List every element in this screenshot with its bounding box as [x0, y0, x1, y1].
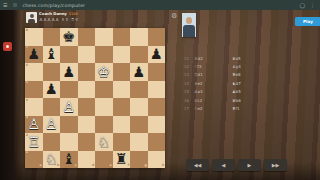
square-b4[interactable]: [43, 98, 61, 116]
square-a3[interactable]: 3♙: [25, 116, 43, 134]
black-move[interactable]: ♝g4: [232, 64, 262, 69]
move-row-13: 13♖d1♜e8: [184, 71, 294, 79]
user-avatar[interactable]: [182, 13, 196, 37]
square-a6[interactable]: 6: [25, 63, 43, 81]
square-h5[interactable]: [148, 81, 166, 99]
file-label-e: e: [110, 164, 112, 167]
square-e7[interactable]: [95, 46, 113, 64]
black-move[interactable]: ♛b6: [232, 98, 262, 103]
opponent-avatar: [26, 12, 37, 23]
file-label-g: g: [144, 164, 146, 167]
piece-b5: ♟: [43, 81, 61, 99]
square-g5[interactable]: [130, 81, 148, 99]
move-list: 11♕d2♛a512♘f3♝g413♖d1♜e814♗e2♞d715♙a3♟b5…: [184, 54, 294, 113]
square-a4[interactable]: 4: [25, 98, 43, 116]
file-label-d: d: [92, 164, 94, 167]
move-number: 17: [184, 106, 194, 111]
move-row-16: 16♕c2♛b6: [184, 96, 294, 104]
square-h8[interactable]: [148, 28, 166, 46]
square-b8[interactable]: [43, 28, 61, 46]
square-e8[interactable]: [95, 28, 113, 46]
piece-b3: ♙: [43, 116, 61, 134]
square-d6[interactable]: [78, 63, 96, 81]
piece-a2: ♖: [25, 133, 43, 151]
square-c6[interactable]: ♟: [60, 63, 78, 81]
square-g4[interactable]: [130, 98, 148, 116]
rank-label-1: 1: [26, 151, 28, 154]
rank-label-6: 6: [26, 64, 28, 67]
square-e6[interactable]: ♔: [95, 63, 113, 81]
square-c1[interactable]: c♝: [60, 151, 78, 169]
piece-e2: ♘: [95, 133, 113, 151]
square-g6[interactable]: ♟: [130, 63, 148, 81]
avatar-head-shape: [30, 14, 34, 18]
square-d4[interactable]: [78, 98, 96, 116]
square-e1[interactable]: e: [95, 151, 113, 169]
square-e3[interactable]: [95, 116, 113, 134]
move-row-17: 17♘e2♜f1: [184, 104, 294, 112]
square-f5[interactable]: [113, 81, 131, 99]
square-b7[interactable]: ♝: [43, 46, 61, 64]
square-d2[interactable]: [78, 133, 96, 151]
square-a7[interactable]: 7♟: [25, 46, 43, 64]
square-c3[interactable]: [60, 116, 78, 134]
move-number: 14: [184, 81, 194, 86]
square-f8[interactable]: [113, 28, 131, 46]
square-f1[interactable]: f♜: [113, 151, 131, 169]
square-a5[interactable]: 5: [25, 81, 43, 99]
square-h3[interactable]: [148, 116, 166, 134]
next-move-button[interactable]: ▶: [238, 159, 261, 171]
gear-icon[interactable]: ⚙: [171, 13, 177, 20]
white-move[interactable]: ♖d1: [194, 72, 224, 77]
piece-c8: ♚: [60, 28, 78, 46]
white-move[interactable]: ♙a3: [194, 89, 224, 94]
piece-a3: ♙: [25, 116, 43, 134]
left-rail: [0, 10, 22, 180]
rank-label-8: 8: [26, 29, 28, 32]
move-row-12: 12♘f3♝g4: [184, 62, 294, 70]
square-c7[interactable]: [60, 46, 78, 64]
piece-c4: ♙: [60, 98, 78, 116]
move-row-14: 14♗e2♞d7: [184, 79, 294, 87]
browser-address-bar[interactable]: ☰ chess.com/play/computer ◯ ⋮: [0, 0, 320, 10]
square-e4[interactable]: [95, 98, 113, 116]
square-b2[interactable]: [43, 133, 61, 151]
move-navigation: ◀◀◀▶▶▶: [186, 159, 287, 171]
square-b1[interactable]: b♘: [43, 151, 61, 169]
piece-c6: ♟: [60, 63, 78, 81]
square-f4[interactable]: [113, 98, 131, 116]
chess-board[interactable]: 8♚7♟♝♟6♟♔♟5♟4♙3♙♙2♖♘1ab♘c♝def♜gh: [25, 28, 165, 168]
square-g1[interactable]: g: [130, 151, 148, 169]
avatar-body-shape: [28, 19, 35, 24]
site-favicon: [13, 3, 17, 7]
avatar-photo-torso: [183, 25, 195, 37]
square-h2[interactable]: [148, 133, 166, 151]
square-b6[interactable]: [43, 63, 61, 81]
piece-b7: ♝: [43, 46, 61, 64]
square-d7[interactable]: [78, 46, 96, 64]
move-row-15: 15♙a3♟b5: [184, 88, 294, 96]
piece-b1: ♘: [43, 151, 61, 169]
file-label-a: a: [40, 164, 42, 167]
black-move[interactable]: ♛a5: [232, 56, 262, 61]
piece-c1: ♝: [60, 151, 78, 169]
rank-label-4: 4: [26, 99, 28, 102]
square-f7[interactable]: [113, 46, 131, 64]
move-row-11: 11♕d2♛a5: [184, 54, 294, 62]
piece-e6: ♔: [95, 63, 113, 81]
piece-a7: ♟: [25, 46, 43, 64]
white-move[interactable]: ♗e2: [194, 81, 224, 86]
square-b5[interactable]: ♟: [43, 81, 61, 99]
square-c8[interactable]: ♚: [60, 28, 78, 46]
square-g8[interactable]: [130, 28, 148, 46]
logo-dot: [6, 45, 9, 48]
square-b3[interactable]: ♙: [43, 116, 61, 134]
opponent-rating: 1100: [69, 13, 78, 17]
captured-pieces: ♙♙♙♙♙ ♗♗ ♖♕: [39, 18, 79, 22]
square-d3[interactable]: [78, 116, 96, 134]
rank-label-5: 5: [26, 81, 28, 84]
square-a2[interactable]: 2♖: [25, 133, 43, 151]
last-move-button[interactable]: ▶▶: [264, 159, 287, 171]
square-c4[interactable]: ♙: [60, 98, 78, 116]
square-d8[interactable]: [78, 28, 96, 46]
square-c5[interactable]: [60, 81, 78, 99]
square-h1[interactable]: h: [148, 151, 166, 169]
piece-f1: ♜: [113, 151, 131, 169]
site-logo[interactable]: [3, 42, 12, 51]
url-text[interactable]: chess.com/play/computer: [22, 3, 85, 8]
square-a1[interactable]: 1a: [25, 151, 43, 169]
square-c2[interactable]: [60, 133, 78, 151]
square-f2[interactable]: [113, 133, 131, 151]
square-g7[interactable]: [130, 46, 148, 64]
file-label-h: h: [162, 164, 164, 167]
square-e2[interactable]: ♘: [95, 133, 113, 151]
avatar-photo-head: [186, 17, 192, 24]
white-move[interactable]: ♕d2: [194, 56, 224, 61]
square-f6[interactable]: [113, 63, 131, 81]
square-g3[interactable]: [130, 116, 148, 134]
move-number: 13: [184, 72, 194, 77]
square-g2[interactable]: [130, 133, 148, 151]
white-move[interactable]: ♘e2: [194, 106, 224, 111]
move-number: 11: [184, 56, 194, 61]
white-move[interactable]: ♘f3: [194, 64, 224, 69]
piece-h7: ♟: [148, 46, 166, 64]
square-h6[interactable]: [148, 63, 166, 81]
move-number: 12: [184, 64, 194, 69]
opponent-player-card[interactable]: Coach Danny 1100 ♙♙♙♙♙ ♗♗ ♖♕: [26, 12, 79, 23]
move-number: 16: [184, 98, 194, 103]
square-d5[interactable]: [78, 81, 96, 99]
square-a8[interactable]: 8: [25, 28, 43, 46]
piece-g6: ♟: [130, 63, 148, 81]
black-move[interactable]: ♜e8: [232, 72, 262, 77]
profile-icon[interactable]: ◯: [299, 2, 305, 8]
menu-icon[interactable]: ☰: [3, 2, 7, 8]
square-h4[interactable]: [148, 98, 166, 116]
more-options-icon[interactable]: ⋮: [310, 2, 315, 8]
play-button[interactable]: Play: [295, 17, 320, 26]
white-move[interactable]: ♕c2: [194, 98, 224, 103]
square-e5[interactable]: [95, 81, 113, 99]
square-h7[interactable]: ♟: [148, 46, 166, 64]
black-move[interactable]: ♜f1: [232, 106, 262, 111]
prev-move-button[interactable]: ◀: [212, 159, 235, 171]
opponent-name: Coach Danny: [39, 12, 67, 16]
move-number: 15: [184, 89, 194, 94]
first-move-button[interactable]: ◀◀: [186, 159, 209, 171]
black-move[interactable]: ♟b5: [232, 89, 262, 94]
black-move[interactable]: ♞d7: [232, 81, 262, 86]
square-f3[interactable]: [113, 116, 131, 134]
square-d1[interactable]: d: [78, 151, 96, 169]
